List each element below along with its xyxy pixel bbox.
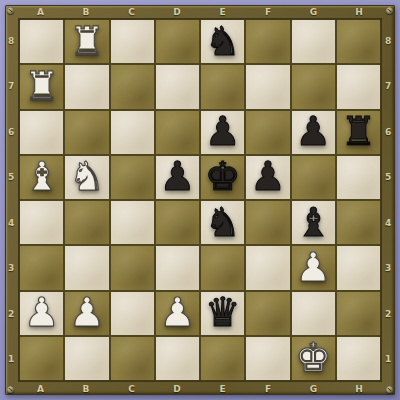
square-g7[interactable] bbox=[292, 65, 335, 108]
board-grid: ♜♞♜♟♟♜♝♞♟♚♟♞♝♟♟♟♟♛♚ bbox=[18, 18, 382, 382]
file-labels-bottom: ABCDEFGH bbox=[18, 382, 382, 395]
square-b7[interactable] bbox=[65, 65, 108, 108]
screw-icon bbox=[386, 7, 393, 14]
file-label-e: E bbox=[200, 382, 246, 395]
file-label-d: D bbox=[155, 382, 201, 395]
square-g5[interactable] bbox=[292, 156, 335, 199]
file-label-b: B bbox=[64, 5, 110, 18]
file-label-h: H bbox=[337, 382, 383, 395]
rank-label-3: 3 bbox=[5, 246, 18, 292]
piece-black-knight[interactable]: ♞ bbox=[205, 202, 241, 242]
square-e6[interactable]: ♟ bbox=[201, 111, 244, 154]
piece-black-bishop[interactable]: ♝ bbox=[295, 202, 331, 242]
square-g1[interactable]: ♚ bbox=[292, 337, 335, 380]
square-e7[interactable] bbox=[201, 65, 244, 108]
piece-white-bishop[interactable]: ♝ bbox=[24, 156, 60, 196]
square-b8[interactable]: ♜ bbox=[65, 20, 108, 63]
square-d2[interactable]: ♟ bbox=[156, 292, 199, 335]
square-a4[interactable] bbox=[20, 201, 63, 244]
piece-black-rook[interactable]: ♜ bbox=[340, 111, 376, 151]
square-f4[interactable] bbox=[246, 201, 289, 244]
piece-black-pawn[interactable]: ♟ bbox=[159, 156, 195, 196]
rank-label-5: 5 bbox=[5, 155, 18, 201]
square-b6[interactable] bbox=[65, 111, 108, 154]
square-f3[interactable] bbox=[246, 246, 289, 289]
piece-white-pawn[interactable]: ♟ bbox=[24, 292, 60, 332]
file-label-a: A bbox=[18, 5, 64, 18]
piece-black-pawn[interactable]: ♟ bbox=[295, 111, 331, 151]
square-h3[interactable] bbox=[337, 246, 380, 289]
square-d5[interactable]: ♟ bbox=[156, 156, 199, 199]
piece-white-knight[interactable]: ♞ bbox=[69, 156, 105, 196]
piece-white-pawn[interactable]: ♟ bbox=[69, 292, 105, 332]
piece-black-queen[interactable]: ♛ bbox=[205, 292, 241, 332]
square-e1[interactable] bbox=[201, 337, 244, 380]
file-label-f: F bbox=[246, 382, 292, 395]
piece-black-king[interactable]: ♚ bbox=[205, 156, 241, 196]
piece-white-rook[interactable]: ♜ bbox=[24, 66, 60, 106]
square-f1[interactable] bbox=[246, 337, 289, 380]
piece-black-knight[interactable]: ♞ bbox=[205, 21, 241, 61]
square-g8[interactable] bbox=[292, 20, 335, 63]
square-e8[interactable]: ♞ bbox=[201, 20, 244, 63]
square-h1[interactable] bbox=[337, 337, 380, 380]
rank-label-4: 4 bbox=[382, 200, 395, 246]
square-f8[interactable] bbox=[246, 20, 289, 63]
rank-label-8: 8 bbox=[382, 18, 395, 64]
square-a6[interactable] bbox=[20, 111, 63, 154]
square-b2[interactable]: ♟ bbox=[65, 292, 108, 335]
square-a3[interactable] bbox=[20, 246, 63, 289]
chess-app-background: ABCDEFGH ABCDEFGH 87654321 87654321 ♜♞♜♟… bbox=[0, 0, 400, 400]
square-b5[interactable]: ♞ bbox=[65, 156, 108, 199]
rank-label-6: 6 bbox=[5, 109, 18, 155]
square-b3[interactable] bbox=[65, 246, 108, 289]
square-e4[interactable]: ♞ bbox=[201, 201, 244, 244]
file-label-g: G bbox=[291, 5, 337, 18]
square-g6[interactable]: ♟ bbox=[292, 111, 335, 154]
square-b4[interactable] bbox=[65, 201, 108, 244]
rank-labels-left: 87654321 bbox=[5, 18, 18, 382]
square-h2[interactable] bbox=[337, 292, 380, 335]
file-label-h: H bbox=[337, 5, 383, 18]
square-c8[interactable] bbox=[111, 20, 154, 63]
piece-white-pawn[interactable]: ♟ bbox=[295, 247, 331, 287]
file-label-d: D bbox=[155, 5, 201, 18]
file-label-c: C bbox=[109, 382, 155, 395]
rank-label-6: 6 bbox=[382, 109, 395, 155]
square-b1[interactable] bbox=[65, 337, 108, 380]
square-f6[interactable] bbox=[246, 111, 289, 154]
file-label-b: B bbox=[64, 382, 110, 395]
square-e3[interactable] bbox=[201, 246, 244, 289]
file-label-e: E bbox=[200, 5, 246, 18]
square-c7[interactable] bbox=[111, 65, 154, 108]
piece-white-pawn[interactable]: ♟ bbox=[159, 292, 195, 332]
square-g2[interactable] bbox=[292, 292, 335, 335]
rank-label-7: 7 bbox=[5, 64, 18, 110]
square-d8[interactable] bbox=[156, 20, 199, 63]
square-a1[interactable] bbox=[20, 337, 63, 380]
square-c6[interactable] bbox=[111, 111, 154, 154]
square-h7[interactable] bbox=[337, 65, 380, 108]
square-a8[interactable] bbox=[20, 20, 63, 63]
square-g4[interactable]: ♝ bbox=[292, 201, 335, 244]
square-h8[interactable] bbox=[337, 20, 380, 63]
rank-label-8: 8 bbox=[5, 18, 18, 64]
square-d3[interactable] bbox=[156, 246, 199, 289]
screw-icon bbox=[7, 386, 14, 393]
square-f2[interactable] bbox=[246, 292, 289, 335]
piece-black-pawn[interactable]: ♟ bbox=[205, 111, 241, 151]
square-e5[interactable]: ♚ bbox=[201, 156, 244, 199]
square-c2[interactable] bbox=[111, 292, 154, 335]
rank-labels-right: 87654321 bbox=[382, 18, 395, 382]
square-h5[interactable] bbox=[337, 156, 380, 199]
rank-label-1: 1 bbox=[5, 337, 18, 383]
rank-label-7: 7 bbox=[382, 64, 395, 110]
square-g3[interactable]: ♟ bbox=[292, 246, 335, 289]
board-frame: ABCDEFGH ABCDEFGH 87654321 87654321 ♜♞♜♟… bbox=[5, 5, 395, 395]
square-c4[interactable] bbox=[111, 201, 154, 244]
square-d1[interactable] bbox=[156, 337, 199, 380]
file-labels-top: ABCDEFGH bbox=[18, 5, 382, 18]
square-d7[interactable] bbox=[156, 65, 199, 108]
file-label-c: C bbox=[109, 5, 155, 18]
rank-label-4: 4 bbox=[5, 200, 18, 246]
file-label-g: G bbox=[291, 382, 337, 395]
piece-white-king[interactable]: ♚ bbox=[295, 337, 331, 377]
square-a5[interactable]: ♝ bbox=[20, 156, 63, 199]
square-h6[interactable]: ♜ bbox=[337, 111, 380, 154]
square-c1[interactable] bbox=[111, 337, 154, 380]
rank-label-2: 2 bbox=[382, 291, 395, 337]
rank-label-2: 2 bbox=[5, 291, 18, 337]
square-a7[interactable]: ♜ bbox=[20, 65, 63, 108]
square-f7[interactable] bbox=[246, 65, 289, 108]
piece-white-rook[interactable]: ♜ bbox=[69, 21, 105, 61]
piece-black-pawn[interactable]: ♟ bbox=[250, 156, 286, 196]
file-label-a: A bbox=[18, 382, 64, 395]
square-c5[interactable] bbox=[111, 156, 154, 199]
rank-label-5: 5 bbox=[382, 155, 395, 201]
rank-label-3: 3 bbox=[382, 246, 395, 292]
square-a2[interactable]: ♟ bbox=[20, 292, 63, 335]
file-label-f: F bbox=[246, 5, 292, 18]
square-h4[interactable] bbox=[337, 201, 380, 244]
square-d4[interactable] bbox=[156, 201, 199, 244]
screw-icon bbox=[386, 386, 393, 393]
screw-icon bbox=[7, 7, 14, 14]
square-c3[interactable] bbox=[111, 246, 154, 289]
square-e2[interactable]: ♛ bbox=[201, 292, 244, 335]
square-f5[interactable]: ♟ bbox=[246, 156, 289, 199]
square-d6[interactable] bbox=[156, 111, 199, 154]
rank-label-1: 1 bbox=[382, 337, 395, 383]
